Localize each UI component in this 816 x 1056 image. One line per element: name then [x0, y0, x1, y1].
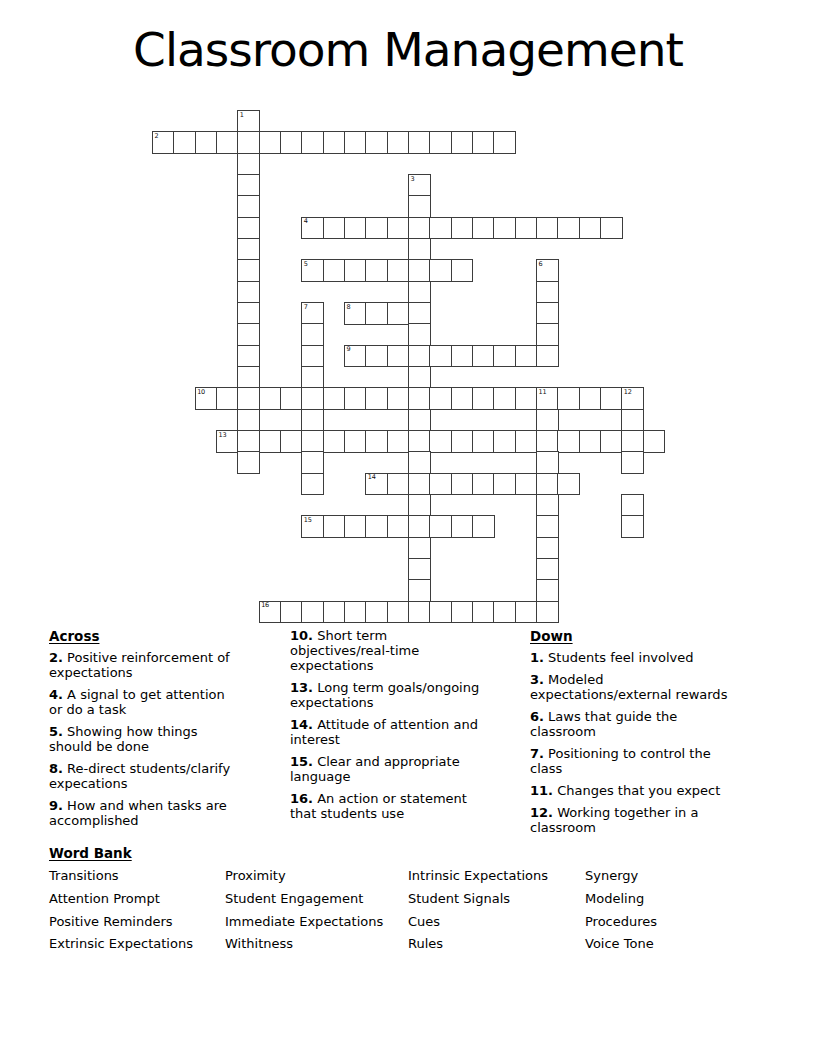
clue-text: Students feel involved — [544, 650, 694, 665]
clue-number: 2. — [49, 650, 63, 665]
clue-down-11: 11. Changes that you expect — [530, 783, 737, 798]
grid-cell — [515, 345, 538, 368]
grid-cell — [408, 217, 431, 240]
grid-cell: 11 — [536, 387, 559, 410]
grid-cell: 1 — [237, 110, 260, 133]
grid-cell — [387, 515, 410, 538]
grid-cell — [301, 451, 324, 474]
cell-number: 10 — [197, 389, 205, 396]
grid-cell — [429, 259, 452, 282]
grid-cell: 13 — [216, 430, 239, 453]
grid-cell — [387, 387, 410, 410]
word-bank-item: Withitness — [225, 936, 408, 959]
down-header: Down — [530, 628, 737, 644]
puzzle-title: Classroom Management — [0, 22, 816, 77]
grid-cell — [408, 238, 431, 261]
clue-text: Attitude of attention and interest — [290, 717, 478, 747]
grid-cell: 16 — [259, 601, 282, 624]
grid-cell — [365, 515, 388, 538]
grid-cell — [472, 473, 495, 496]
grid-cell: 2 — [152, 131, 175, 154]
grid-cell — [237, 259, 260, 282]
grid-cell — [387, 131, 410, 154]
word-bank-item: Intrinsic Expectations — [408, 868, 585, 891]
clue-number: 16. — [290, 791, 313, 806]
word-bank-item: Proximity — [225, 868, 408, 891]
word-bank-item: Cues — [408, 914, 585, 937]
clue-text: Re-direct students/clarify expecations — [49, 761, 230, 791]
clue-down-3: 3. Modeled expectations/external rewards — [530, 672, 737, 702]
grid-cell — [365, 601, 388, 624]
grid-cell — [216, 131, 239, 154]
grid-cell — [472, 345, 495, 368]
grid-cell — [408, 537, 431, 560]
grid-cell — [536, 217, 559, 240]
worksheet-page: Classroom Management 1234567891011121314… — [0, 0, 816, 1056]
grid-cell — [280, 601, 303, 624]
grid-cell — [344, 387, 367, 410]
grid-cell — [429, 515, 452, 538]
cell-number: 1 — [240, 112, 244, 119]
clue-text: Modeled expectations/external rewards — [530, 672, 727, 702]
clue-across-4: 4. A signal to get attention or do a tas… — [49, 687, 236, 717]
cell-number: 6 — [539, 261, 543, 268]
grid-cell — [237, 451, 260, 474]
grid-cell — [237, 366, 260, 389]
grid-cell — [387, 259, 410, 282]
clue-across-5: 5. Showing how things should be done — [49, 724, 236, 754]
grid-cell — [557, 473, 580, 496]
grid-cell — [280, 131, 303, 154]
grid-cell — [579, 387, 602, 410]
grid-cell — [301, 430, 324, 453]
grid-cell — [387, 473, 410, 496]
cell-number: 8 — [347, 304, 351, 311]
grid-cell — [515, 473, 538, 496]
across-clues-column: Across 2. Positive reinforcement of expe… — [49, 628, 236, 835]
clue-text: A signal to get attention or do a task — [49, 687, 225, 717]
grid-cell — [621, 494, 644, 517]
grid-cell — [323, 131, 346, 154]
crossword-grid: 12345678910111213141516 — [152, 110, 666, 624]
grid-cell: 5 — [301, 259, 324, 282]
across-clues-list-1: 2. Positive reinforcement of expectation… — [49, 650, 236, 828]
clue-across-16: 16. An action or statement that students… — [290, 791, 482, 821]
grid-cell — [195, 131, 218, 154]
clue-down-6: 6. Laws that guide the classroom — [530, 709, 737, 739]
grid-cell — [429, 387, 452, 410]
word-bank-section: Word Bank TransitionsAttention PromptPos… — [49, 845, 789, 959]
grid-cell — [408, 195, 431, 218]
cell-number: 12 — [624, 389, 632, 396]
grid-cell — [451, 430, 474, 453]
grid-cell — [472, 131, 495, 154]
clue-text: Showing how things should be done — [49, 724, 198, 754]
grid-cell — [493, 131, 516, 154]
grid-cell — [301, 409, 324, 432]
grid-cell — [472, 515, 495, 538]
grid-cell — [237, 174, 260, 197]
grid-cell — [493, 601, 516, 624]
grid-cell — [237, 281, 260, 304]
grid-cell — [344, 131, 367, 154]
cell-number: 14 — [368, 474, 376, 481]
grid-cell — [600, 387, 623, 410]
clue-number: 9. — [49, 798, 63, 813]
grid-cell — [301, 131, 324, 154]
grid-cell — [408, 451, 431, 474]
clue-text: Positioning to control the class — [530, 746, 711, 776]
word-bank-header: Word Bank — [49, 845, 789, 861]
grid-cell — [451, 473, 474, 496]
grid-cell — [515, 601, 538, 624]
grid-cell — [472, 387, 495, 410]
grid-cell — [621, 409, 644, 432]
word-bank-item: Student Signals — [408, 891, 585, 914]
grid-cell: 7 — [301, 302, 324, 325]
cell-number: 11 — [539, 389, 547, 396]
clue-text: An action or statement that students use — [290, 791, 467, 821]
grid-cell — [408, 366, 431, 389]
grid-cell — [408, 601, 431, 624]
grid-cell — [365, 302, 388, 325]
grid-cell — [536, 430, 559, 453]
grid-cell — [408, 345, 431, 368]
grid-cell — [344, 430, 367, 453]
grid-cell — [301, 366, 324, 389]
grid-cell — [472, 601, 495, 624]
word-bank-item: Student Engagement — [225, 891, 408, 914]
grid-cell — [408, 494, 431, 517]
grid-cell — [515, 387, 538, 410]
cell-number: 2 — [155, 133, 159, 140]
grid-cell — [280, 387, 303, 410]
grid-cell — [536, 558, 559, 581]
grid-cell — [429, 473, 452, 496]
grid-cell: 8 — [344, 302, 367, 325]
cell-number: 9 — [347, 346, 351, 353]
grid-cell — [173, 131, 196, 154]
grid-cell — [301, 601, 324, 624]
grid-cell — [387, 601, 410, 624]
grid-cell — [237, 131, 260, 154]
grid-cell — [451, 387, 474, 410]
grid-cell — [493, 430, 516, 453]
cell-number: 4 — [304, 218, 308, 225]
grid-cell — [323, 430, 346, 453]
grid-cell — [408, 131, 431, 154]
clue-number: 13. — [290, 680, 313, 695]
grid-cell — [429, 430, 452, 453]
grid-cell — [323, 217, 346, 240]
grid-cell — [408, 409, 431, 432]
grid-cell: 15 — [301, 515, 324, 538]
clue-across-15: 15. Clear and appropriate language — [290, 754, 482, 784]
grid-cell — [600, 430, 623, 453]
grid-cell — [515, 217, 538, 240]
word-bank-item: Immediate Expectations — [225, 914, 408, 937]
grid-cell — [536, 601, 559, 624]
grid-cell — [536, 281, 559, 304]
cell-number: 15 — [304, 517, 312, 524]
grid-cell — [451, 345, 474, 368]
clue-down-7: 7. Positioning to control the class — [530, 746, 737, 776]
clue-number: 1. — [530, 650, 544, 665]
grid-cell — [237, 345, 260, 368]
word-bank-item: Voice Tone — [585, 936, 789, 959]
grid-cell — [536, 302, 559, 325]
grid-cell: 4 — [301, 217, 324, 240]
clue-number: 3. — [530, 672, 544, 687]
grid-cell — [237, 323, 260, 346]
grid-cell — [237, 302, 260, 325]
word-bank-item: Extrinsic Expectations — [49, 936, 225, 959]
cell-number: 5 — [304, 261, 308, 268]
grid-cell — [408, 302, 431, 325]
grid-cell — [621, 515, 644, 538]
grid-cell — [557, 387, 580, 410]
grid-cell — [643, 430, 666, 453]
clue-text: Working together in a classroom — [530, 805, 698, 835]
clue-number: 15. — [290, 754, 313, 769]
grid-cell — [408, 430, 431, 453]
down-clues-list: 1. Students feel involved3. Modeled expe… — [530, 650, 737, 835]
grid-cell — [536, 515, 559, 538]
grid-cell — [237, 153, 260, 176]
grid-cell — [301, 345, 324, 368]
grid-cell — [579, 430, 602, 453]
grid-cell — [365, 430, 388, 453]
grid-cell — [301, 473, 324, 496]
grid-cell — [515, 430, 538, 453]
grid-cell — [301, 323, 324, 346]
grid-cell — [237, 238, 260, 261]
grid-cell — [451, 515, 474, 538]
grid-cell — [387, 217, 410, 240]
grid-cell — [536, 409, 559, 432]
clue-across-2: 2. Positive reinforcement of expectation… — [49, 650, 236, 680]
grid-cell — [280, 430, 303, 453]
grid-cell — [493, 217, 516, 240]
word-bank-item: Transitions — [49, 868, 225, 891]
grid-cell — [387, 345, 410, 368]
across-clues-list-2: 10. Short term objectives/real-time expe… — [290, 628, 482, 821]
grid-cell — [408, 473, 431, 496]
grid-cell — [237, 387, 260, 410]
cell-number: 3 — [411, 176, 415, 183]
clue-text: Positive reinforcement of expectations — [49, 650, 230, 680]
grid-cell: 3 — [408, 174, 431, 197]
clue-text: Clear and appropriate language — [290, 754, 460, 784]
grid-cell — [365, 217, 388, 240]
grid-cell — [408, 579, 431, 602]
grid-cell — [493, 387, 516, 410]
word-bank-item: Attention Prompt — [49, 891, 225, 914]
grid-cell — [259, 430, 282, 453]
grid-cell: 12 — [621, 387, 644, 410]
grid-cell — [536, 579, 559, 602]
grid-cell — [493, 345, 516, 368]
grid-cell: 9 — [344, 345, 367, 368]
grid-cell — [429, 601, 452, 624]
grid-cell — [323, 387, 346, 410]
clue-text: Changes that you expect — [553, 783, 720, 798]
grid-cell — [451, 131, 474, 154]
grid-cell — [536, 494, 559, 517]
grid-cell — [408, 323, 431, 346]
grid-cell — [323, 259, 346, 282]
grid-cell — [259, 131, 282, 154]
word-bank-list: TransitionsAttention PromptPositive Remi… — [49, 868, 789, 959]
grid-cell — [451, 259, 474, 282]
grid-cell — [429, 131, 452, 154]
grid-cell — [557, 217, 580, 240]
clue-across-13: 13. Long term goals/ongoing expectations — [290, 680, 482, 710]
grid-cell — [365, 131, 388, 154]
grid-cell — [237, 195, 260, 218]
clue-number: 6. — [530, 709, 544, 724]
clue-number: 8. — [49, 761, 63, 776]
grid-cell: 10 — [195, 387, 218, 410]
grid-cell — [429, 217, 452, 240]
clue-number: 10. — [290, 628, 313, 643]
grid-cell — [600, 217, 623, 240]
clue-across-8: 8. Re-direct students/clarify expecation… — [49, 761, 236, 791]
grid-cell — [387, 302, 410, 325]
clue-across-10: 10. Short term objectives/real-time expe… — [290, 628, 482, 673]
grid-cell — [323, 601, 346, 624]
grid-cell — [472, 430, 495, 453]
grid-cell — [621, 451, 644, 474]
grid-cell — [408, 259, 431, 282]
grid-cell — [408, 558, 431, 581]
grid-cell — [237, 430, 260, 453]
clue-down-12: 12. Working together in a classroom — [530, 805, 737, 835]
grid-cell — [237, 217, 260, 240]
grid-cell — [365, 345, 388, 368]
grid-cell — [344, 259, 367, 282]
clue-number: 11. — [530, 783, 553, 798]
across-header: Across — [49, 628, 236, 644]
grid-cell — [344, 601, 367, 624]
grid-cell — [323, 515, 346, 538]
clue-down-1: 1. Students feel involved — [530, 650, 737, 665]
grid-cell — [408, 515, 431, 538]
grid-cell — [621, 430, 644, 453]
grid-cell — [536, 345, 559, 368]
clue-across-9: 9. How and when tasks are accomplished — [49, 798, 236, 828]
word-bank-item: Rules — [408, 936, 585, 959]
grid-cell — [579, 217, 602, 240]
cell-number: 16 — [261, 602, 269, 609]
grid-cell — [216, 387, 239, 410]
grid-cell — [387, 430, 410, 453]
grid-cell — [472, 217, 495, 240]
word-bank-item: Procedures — [585, 914, 789, 937]
grid-cell — [536, 537, 559, 560]
grid-cell — [557, 430, 580, 453]
cell-number: 13 — [219, 432, 227, 439]
grid-cell: 14 — [365, 473, 388, 496]
clue-number: 5. — [49, 724, 63, 739]
grid-cell — [408, 387, 431, 410]
clue-text: Laws that guide the classroom — [530, 709, 677, 739]
grid-cell — [344, 515, 367, 538]
word-bank-item: Synergy — [585, 868, 789, 891]
grid-cell — [429, 345, 452, 368]
clue-text: How and when tasks are accomplished — [49, 798, 227, 828]
clue-number: 14. — [290, 717, 313, 732]
clue-text: Long term goals/ongoing expectations — [290, 680, 479, 710]
grid-cell — [237, 409, 260, 432]
clue-across-14: 14. Attitude of attention and interest — [290, 717, 482, 747]
grid-cell — [451, 601, 474, 624]
grid-cell: 6 — [536, 259, 559, 282]
word-bank-item: Positive Reminders — [49, 914, 225, 937]
cell-number: 7 — [304, 304, 308, 311]
down-clues-column: Down 1. Students feel involved3. Modeled… — [530, 628, 737, 842]
word-bank-item: Modeling — [585, 891, 789, 914]
clue-number: 12. — [530, 805, 553, 820]
grid-cell — [536, 451, 559, 474]
clue-number: 4. — [49, 687, 63, 702]
grid-cell — [536, 473, 559, 496]
clue-number: 7. — [530, 746, 544, 761]
grid-cell — [493, 473, 516, 496]
grid-cell — [451, 217, 474, 240]
grid-cell — [536, 323, 559, 346]
across-clues-column-2: 10. Short term objectives/real-time expe… — [290, 628, 482, 828]
grid-cell — [301, 387, 324, 410]
grid-cell — [408, 281, 431, 304]
grid-cell — [259, 387, 282, 410]
grid-cell — [365, 387, 388, 410]
grid-cell — [344, 217, 367, 240]
grid-cell — [365, 259, 388, 282]
